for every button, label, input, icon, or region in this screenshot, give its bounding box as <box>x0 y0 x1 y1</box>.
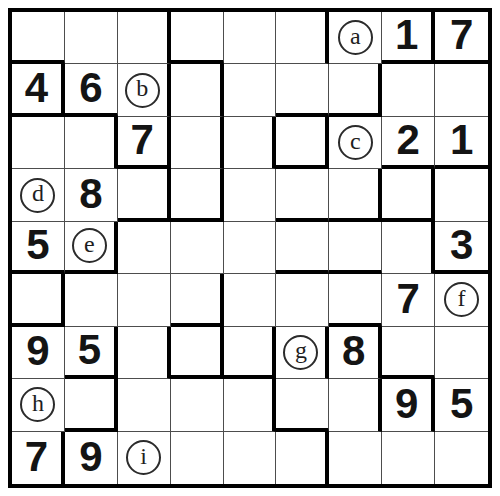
cell-r8c1[interactable]: h <box>12 379 65 431</box>
cell-r1c6[interactable] <box>276 12 329 64</box>
given-digit: 1 <box>450 119 473 161</box>
cell-r1c8[interactable]: 1 <box>382 12 435 64</box>
answer-key-cell-f: f <box>444 282 479 317</box>
cell-r2c1[interactable]: 4 <box>12 64 65 116</box>
given-digit: 8 <box>79 173 102 215</box>
cell-r6c1[interactable] <box>12 274 65 326</box>
cell-r4c9[interactable] <box>435 169 488 221</box>
answer-key-cell-h: h <box>20 387 55 422</box>
cell-r8c7[interactable] <box>329 379 382 431</box>
cell-r8c5[interactable] <box>224 379 277 431</box>
cell-r4c4[interactable] <box>171 169 224 221</box>
given-digit: 7 <box>131 119 154 161</box>
given-digit: 5 <box>450 383 473 425</box>
cell-r8c6[interactable] <box>276 379 329 431</box>
cell-r7c8[interactable] <box>382 327 435 379</box>
cell-r8c3[interactable] <box>118 379 171 431</box>
cell-r1c5[interactable] <box>224 12 277 64</box>
given-digit: 4 <box>25 67 48 109</box>
given-digit: 3 <box>450 224 473 266</box>
cell-r9c1[interactable]: 7 <box>12 432 65 484</box>
cell-r5c1[interactable]: 5 <box>12 222 65 274</box>
cell-r5c4[interactable] <box>171 222 224 274</box>
cell-r4c2[interactable]: 8 <box>65 169 118 221</box>
cell-r3c6[interactable] <box>276 117 329 169</box>
cell-r4c8[interactable] <box>382 169 435 221</box>
cell-r9c2[interactable]: 9 <box>65 432 118 484</box>
cell-r6c8[interactable]: 7 <box>382 274 435 326</box>
cell-r7c7[interactable]: 8 <box>329 327 382 379</box>
given-digit: 6 <box>79 67 102 109</box>
cell-r1c9[interactable]: 7 <box>435 12 488 64</box>
cell-r3c7[interactable]: c <box>329 117 382 169</box>
cell-r4c7[interactable] <box>329 169 382 221</box>
cell-r4c3[interactable] <box>118 169 171 221</box>
cell-r9c5[interactable] <box>224 432 277 484</box>
cell-r2c5[interactable] <box>224 64 277 116</box>
cell-r4c1[interactable]: d <box>12 169 65 221</box>
cell-r7c5[interactable] <box>224 327 277 379</box>
cell-r7c9[interactable] <box>435 327 488 379</box>
cell-r7c2[interactable]: 5 <box>65 327 118 379</box>
answer-key-cell-a: a <box>338 20 373 55</box>
cell-r9c4[interactable] <box>171 432 224 484</box>
cell-r5c8[interactable] <box>382 222 435 274</box>
cell-r2c4[interactable] <box>171 64 224 116</box>
given-digit: 2 <box>396 119 419 161</box>
cell-r8c2[interactable] <box>65 379 118 431</box>
cell-r5c2[interactable]: e <box>65 222 118 274</box>
given-digit: 7 <box>450 14 473 56</box>
cell-r9c6[interactable] <box>276 432 329 484</box>
answer-key-cell-g: g <box>283 335 318 370</box>
cell-r9c7[interactable] <box>329 432 382 484</box>
answer-key-cell-i: i <box>126 440 161 475</box>
cell-r6c7[interactable] <box>329 274 382 326</box>
cell-r5c3[interactable] <box>118 222 171 274</box>
answer-key-cell-c: c <box>338 125 373 160</box>
cell-r3c1[interactable] <box>12 117 65 169</box>
cell-r7c6[interactable]: g <box>276 327 329 379</box>
cell-r2c2[interactable]: 6 <box>65 64 118 116</box>
cell-r2c6[interactable] <box>276 64 329 116</box>
cell-r3c8[interactable]: 2 <box>382 117 435 169</box>
answer-key-cell-e: e <box>72 228 107 263</box>
cell-r5c7[interactable] <box>329 222 382 274</box>
cell-r4c5[interactable] <box>224 169 277 221</box>
cell-r3c3[interactable]: 7 <box>118 117 171 169</box>
given-digit: 9 <box>26 330 49 372</box>
cell-r9c3[interactable]: i <box>118 432 171 484</box>
cell-r1c2[interactable] <box>65 12 118 64</box>
cell-r7c4[interactable] <box>171 327 224 379</box>
cell-r8c4[interactable] <box>171 379 224 431</box>
given-digit: 9 <box>79 436 102 478</box>
cell-r9c8[interactable] <box>382 432 435 484</box>
answer-key-cell-b: b <box>125 73 160 108</box>
cell-r3c9[interactable]: 1 <box>435 117 488 169</box>
given-digit: 7 <box>396 278 419 320</box>
given-digit: 5 <box>26 224 49 266</box>
puzzle-board: a1746b7c21d85e37f95g8h9579i <box>8 8 492 488</box>
cell-r2c9[interactable] <box>435 64 488 116</box>
answer-key-cell-d: d <box>20 178 55 213</box>
cell-r8c8[interactable]: 9 <box>382 379 435 431</box>
cell-r8c9[interactable]: 5 <box>435 379 488 431</box>
cell-r5c6[interactable] <box>276 222 329 274</box>
cell-r7c3[interactable] <box>118 327 171 379</box>
cell-r4c6[interactable] <box>276 169 329 221</box>
cell-r6c3[interactable] <box>118 274 171 326</box>
cell-r3c2[interactable] <box>65 117 118 169</box>
cell-r7c1[interactable]: 9 <box>12 327 65 379</box>
cell-r2c7[interactable] <box>329 64 382 116</box>
cell-r3c5[interactable] <box>224 117 277 169</box>
cell-r6c5[interactable] <box>224 274 277 326</box>
cell-r6c6[interactable] <box>276 274 329 326</box>
cell-r6c9[interactable]: f <box>435 274 488 326</box>
cell-r2c3[interactable]: b <box>118 64 171 116</box>
given-digit: 9 <box>395 383 418 425</box>
cell-r5c9[interactable]: 3 <box>435 222 488 274</box>
cell-r6c4[interactable] <box>171 274 224 326</box>
given-digit: 8 <box>342 330 365 372</box>
cell-r3c4[interactable] <box>171 117 224 169</box>
cell-r1c3[interactable] <box>118 12 171 64</box>
cell-r1c7[interactable]: a <box>329 12 382 64</box>
cell-r1c4[interactable] <box>171 12 224 64</box>
cell-r1c1[interactable] <box>12 12 65 64</box>
given-digit: 5 <box>78 329 101 371</box>
given-digit: 1 <box>395 14 418 56</box>
cell-r9c9[interactable] <box>435 432 488 484</box>
cell-r5c5[interactable] <box>224 222 277 274</box>
cell-r6c2[interactable] <box>65 274 118 326</box>
cell-r2c8[interactable] <box>382 64 435 116</box>
given-digit: 7 <box>25 436 48 478</box>
